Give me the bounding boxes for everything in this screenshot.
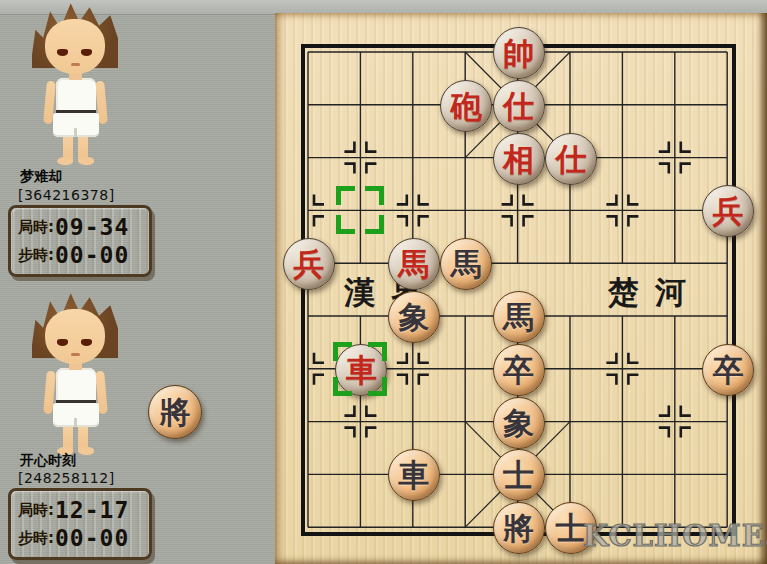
piece-black-soldier[interactable]: 卒: [493, 344, 545, 396]
step-time-row: 步時: 00-00: [11, 524, 149, 552]
avatar-eye: [57, 339, 68, 346]
piece-red-horse[interactable]: 馬: [388, 238, 440, 290]
piece-black-elephant[interactable]: 象: [493, 397, 545, 449]
river-label-right: 楚河: [608, 276, 702, 308]
piece-black-advisor[interactable]: 士: [493, 449, 545, 501]
avatar-eye: [81, 339, 92, 346]
step-time-label: 步時:: [18, 529, 54, 548]
avatar-face: [45, 19, 105, 74]
piece-black-general[interactable]: 將: [493, 502, 545, 554]
piece-black-chariot[interactable]: 車: [388, 449, 440, 501]
step-time-value: 00-00: [55, 525, 129, 551]
game-time-row: 局時: 12-17: [11, 496, 149, 524]
avatar-foot: [78, 157, 94, 165]
step-time-value: 00-00: [55, 242, 129, 268]
avatar-eye: [57, 49, 68, 56]
step-time-row: 步時: 00-00: [11, 241, 149, 269]
avatar-foot: [57, 157, 73, 165]
game-time-value: 12-17: [55, 497, 129, 523]
avatar-shorts: [53, 403, 99, 427]
avatar-mouth: [71, 63, 80, 66]
game-time-value: 09-34: [55, 214, 129, 240]
piece-black-horse[interactable]: 馬: [493, 291, 545, 343]
game-time-label: 局時:: [18, 501, 54, 520]
watermark: KCLHOME.COM: [583, 519, 767, 553]
game-time-row: 局時: 09-34: [11, 213, 149, 241]
piece-black-horse[interactable]: 馬: [440, 238, 492, 290]
avatar-eye: [81, 49, 92, 56]
player-name-top: 梦难却: [20, 168, 170, 186]
player-id-bottom: [248258112]: [18, 470, 168, 486]
piece-red-advisor[interactable]: 仕: [545, 133, 597, 185]
clock-top: 局時: 09-34 步時: 00-00: [8, 205, 152, 277]
player-id-top: [364216378]: [18, 187, 168, 203]
avatar-shorts: [53, 113, 99, 137]
piece-red-soldier[interactable]: 兵: [702, 185, 754, 237]
game-window: 梦难却 [364216378] 局時: 09-34 步時: 00-00: [0, 0, 767, 564]
avatar-shirt: [56, 368, 96, 401]
piece-red-cannon[interactable]: 砲: [440, 80, 492, 132]
step-time-label: 步時:: [18, 246, 54, 265]
player-avatar-bottom: [18, 292, 133, 456]
avatar-shirt: [56, 78, 96, 111]
piece-red-soldier[interactable]: 兵: [283, 238, 335, 290]
player-avatar-top: [18, 2, 133, 166]
player-name-bottom: 开心时刻: [20, 452, 170, 470]
piece-red-advisor[interactable]: 仕: [493, 80, 545, 132]
avatar-face: [45, 309, 105, 364]
piece-black-elephant[interactable]: 象: [388, 291, 440, 343]
xiangqi-board[interactable]: 漢界 楚河 帥砲仕相仕兵兵馬馬象馬車卒卒象車士將士: [275, 13, 767, 564]
piece-red-elephant[interactable]: 相: [493, 133, 545, 185]
piece-black-soldier[interactable]: 卒: [702, 344, 754, 396]
clock-bottom: 局時: 12-17 步時: 00-00: [8, 488, 152, 560]
game-time-label: 局時:: [18, 218, 54, 237]
avatar-mouth: [71, 353, 80, 356]
piece-red-general[interactable]: 帥: [493, 27, 545, 79]
piece-red-chariot[interactable]: 車: [335, 344, 387, 396]
side-indicator-piece: 將: [148, 385, 202, 439]
players-panel: 梦难却 [364216378] 局時: 09-34 步時: 00-00: [0, 0, 275, 564]
